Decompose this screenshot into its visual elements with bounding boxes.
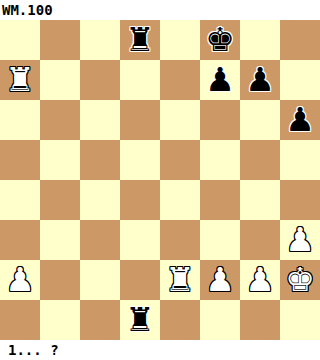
square-g7[interactable]: ♟ (240, 60, 280, 100)
square-f3[interactable] (200, 220, 240, 260)
square-g8[interactable] (240, 20, 280, 60)
square-g4[interactable] (240, 180, 280, 220)
white-rook: ♜ (165, 260, 195, 300)
square-d6[interactable] (120, 100, 160, 140)
square-f5[interactable] (200, 140, 240, 180)
square-e8[interactable] (160, 20, 200, 60)
square-c6[interactable] (80, 100, 120, 140)
square-g6[interactable] (240, 100, 280, 140)
square-g5[interactable] (240, 140, 280, 180)
square-c8[interactable] (80, 20, 120, 60)
square-h4[interactable] (280, 180, 320, 220)
square-b3[interactable] (40, 220, 80, 260)
square-b4[interactable] (40, 180, 80, 220)
square-d4[interactable] (120, 180, 160, 220)
square-e3[interactable] (160, 220, 200, 260)
square-f2[interactable]: ♟ (200, 260, 240, 300)
square-c4[interactable] (80, 180, 120, 220)
square-f6[interactable] (200, 100, 240, 140)
square-d2[interactable] (120, 260, 160, 300)
square-f8[interactable]: ♚ (200, 20, 240, 60)
square-h3[interactable]: ♟ (280, 220, 320, 260)
square-d8[interactable]: ♜ (120, 20, 160, 60)
chess-board: ♜♚♜♟♟♟♟♟♜♟♟♚♜ (0, 20, 320, 340)
square-g2[interactable]: ♟ (240, 260, 280, 300)
square-c3[interactable] (80, 220, 120, 260)
square-h5[interactable] (280, 140, 320, 180)
square-e4[interactable] (160, 180, 200, 220)
square-c7[interactable] (80, 60, 120, 100)
square-a8[interactable] (0, 20, 40, 60)
square-f4[interactable] (200, 180, 240, 220)
square-h8[interactable] (280, 20, 320, 60)
square-d7[interactable] (120, 60, 160, 100)
square-h6[interactable]: ♟ (280, 100, 320, 140)
puzzle-id-label: WM.100 (0, 0, 320, 20)
white-pawn: ♟ (5, 260, 35, 300)
square-c2[interactable] (80, 260, 120, 300)
square-d3[interactable] (120, 220, 160, 260)
square-a4[interactable] (0, 180, 40, 220)
square-a3[interactable] (0, 220, 40, 260)
square-b1[interactable] (40, 300, 80, 340)
square-a2[interactable]: ♟ (0, 260, 40, 300)
square-b5[interactable] (40, 140, 80, 180)
white-pawn: ♟ (285, 220, 315, 260)
square-f7[interactable]: ♟ (200, 60, 240, 100)
square-a6[interactable] (0, 100, 40, 140)
square-d5[interactable] (120, 140, 160, 180)
square-b2[interactable] (40, 260, 80, 300)
square-e5[interactable] (160, 140, 200, 180)
square-h7[interactable] (280, 60, 320, 100)
square-b8[interactable] (40, 20, 80, 60)
square-a5[interactable] (0, 140, 40, 180)
square-d1[interactable]: ♜ (120, 300, 160, 340)
square-h2[interactable]: ♚ (280, 260, 320, 300)
square-b7[interactable] (40, 60, 80, 100)
square-b6[interactable] (40, 100, 80, 140)
white-pawn: ♟ (205, 260, 235, 300)
square-a7[interactable]: ♜ (0, 60, 40, 100)
square-e2[interactable]: ♜ (160, 260, 200, 300)
move-prompt-label: 1... ? (0, 340, 320, 360)
black-king: ♚ (205, 20, 235, 60)
square-h1[interactable] (280, 300, 320, 340)
square-a1[interactable] (0, 300, 40, 340)
black-pawn: ♟ (245, 60, 275, 100)
white-rook: ♜ (5, 60, 35, 100)
square-f1[interactable] (200, 300, 240, 340)
black-pawn: ♟ (285, 100, 315, 140)
black-pawn: ♟ (205, 60, 235, 100)
square-g3[interactable] (240, 220, 280, 260)
black-rook: ♜ (125, 20, 155, 60)
white-king: ♚ (285, 260, 315, 300)
square-e6[interactable] (160, 100, 200, 140)
white-pawn: ♟ (245, 260, 275, 300)
chess-app-window: WM.100 ♜♚♜♟♟♟♟♟♜♟♟♚♜ 1... ? (0, 0, 320, 360)
square-c1[interactable] (80, 300, 120, 340)
square-c5[interactable] (80, 140, 120, 180)
black-rook: ♜ (125, 300, 155, 340)
square-g1[interactable] (240, 300, 280, 340)
square-e1[interactable] (160, 300, 200, 340)
square-e7[interactable] (160, 60, 200, 100)
